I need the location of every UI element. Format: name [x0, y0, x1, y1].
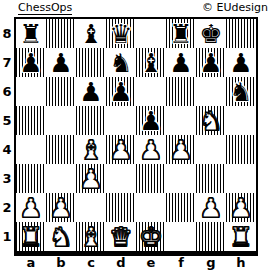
- square-b2[interactable]: ♟: [46, 193, 76, 222]
- black-rook[interactable]: ♜: [19, 20, 42, 48]
- board: ♜♝♛♜♚♟♟♞♝♟♟♟♟♟♞♟♞♝♟♟♟♟♟♟♟♟♜♞♝♛♚♜: [14, 17, 258, 256]
- black-pawn[interactable]: ♟: [109, 78, 132, 106]
- white-pawn[interactable]: ♟: [79, 165, 102, 193]
- square-d2[interactable]: [106, 193, 136, 222]
- white-pawn[interactable]: ♟: [199, 194, 222, 222]
- square-f1[interactable]: [166, 222, 196, 251]
- square-a5[interactable]: [16, 106, 46, 135]
- black-pawn[interactable]: ♟: [139, 107, 162, 135]
- white-bishop[interactable]: ♝: [79, 136, 102, 164]
- white-pawn[interactable]: ♟: [229, 194, 252, 222]
- square-h6[interactable]: ♞: [226, 77, 256, 106]
- white-bishop[interactable]: ♝: [79, 223, 102, 251]
- file-label-c: c: [76, 256, 106, 270]
- board-area: 8 7 6 5 4 3 2 1 ♜♝♛♜♚♟♟♞♝♟♟♟♟♟♞♟♞♝♟♟♟♟♟♟…: [0, 17, 270, 256]
- square-f5[interactable]: [166, 106, 196, 135]
- white-pawn[interactable]: ♟: [109, 136, 132, 164]
- file-label-g: g: [196, 256, 226, 270]
- square-h3[interactable]: [226, 164, 256, 193]
- square-e2[interactable]: [136, 193, 166, 222]
- square-h7[interactable]: ♟: [226, 48, 256, 77]
- square-a8[interactable]: ♜: [16, 19, 46, 48]
- file-label-e: e: [136, 256, 166, 270]
- square-d3[interactable]: [106, 164, 136, 193]
- white-king[interactable]: ♚: [139, 223, 162, 251]
- square-b5[interactable]: [46, 106, 76, 135]
- black-queen[interactable]: ♛: [109, 20, 132, 48]
- white-queen[interactable]: ♛: [109, 223, 132, 251]
- square-a3[interactable]: [16, 164, 46, 193]
- square-c8[interactable]: ♝: [76, 19, 106, 48]
- square-e1[interactable]: ♚: [136, 222, 166, 251]
- square-f4[interactable]: ♟: [166, 135, 196, 164]
- square-d4[interactable]: ♟: [106, 135, 136, 164]
- white-pawn[interactable]: ♟: [49, 194, 72, 222]
- black-pawn[interactable]: ♟: [19, 49, 42, 77]
- square-d1[interactable]: ♛: [106, 222, 136, 251]
- square-c5[interactable]: [76, 106, 106, 135]
- square-c7[interactable]: [76, 48, 106, 77]
- square-d6[interactable]: ♟: [106, 77, 136, 106]
- square-e8[interactable]: [136, 19, 166, 48]
- square-d8[interactable]: ♛: [106, 19, 136, 48]
- square-a7[interactable]: ♟: [16, 48, 46, 77]
- square-h4[interactable]: [226, 135, 256, 164]
- white-pawn[interactable]: ♟: [139, 136, 162, 164]
- rank-label-2: 2: [0, 193, 14, 222]
- square-f3[interactable]: [166, 164, 196, 193]
- square-a4[interactable]: [16, 135, 46, 164]
- square-g7[interactable]: ♟: [196, 48, 226, 77]
- file-label-b: b: [46, 256, 76, 270]
- square-b3[interactable]: [46, 164, 76, 193]
- square-b8[interactable]: [46, 19, 76, 48]
- square-b6[interactable]: [46, 77, 76, 106]
- square-e3[interactable]: [136, 164, 166, 193]
- rank-label-6: 6: [0, 77, 14, 106]
- white-knight[interactable]: ♞: [199, 107, 222, 135]
- square-b7[interactable]: ♟: [46, 48, 76, 77]
- square-g3[interactable]: [196, 164, 226, 193]
- square-g4[interactable]: [196, 135, 226, 164]
- rank-label-5: 5: [0, 106, 14, 135]
- square-d5[interactable]: [106, 106, 136, 135]
- square-d7[interactable]: ♞: [106, 48, 136, 77]
- square-e5[interactable]: ♟: [136, 106, 166, 135]
- rank-labels: 8 7 6 5 4 3 2 1: [0, 17, 14, 256]
- header-bar: ChessOps © EUdesign: [0, 0, 270, 17]
- square-f8[interactable]: ♜: [166, 19, 196, 48]
- square-a6[interactable]: [16, 77, 46, 106]
- square-g5[interactable]: ♞: [196, 106, 226, 135]
- rank-label-8: 8: [0, 19, 14, 48]
- square-h5[interactable]: [226, 106, 256, 135]
- square-a2[interactable]: ♟: [16, 193, 46, 222]
- file-labels: a b c d e f g h: [16, 256, 270, 270]
- square-e7[interactable]: ♝: [136, 48, 166, 77]
- square-e6[interactable]: [136, 77, 166, 106]
- square-b4[interactable]: [46, 135, 76, 164]
- black-bishop[interactable]: ♝: [139, 49, 162, 77]
- square-f6[interactable]: [166, 77, 196, 106]
- square-f7[interactable]: ♟: [166, 48, 196, 77]
- square-g1[interactable]: [196, 222, 226, 251]
- chessops-window: ChessOps © EUdesign 8 7 6 5 4 3 2 1 ♜♝♛♜…: [0, 0, 270, 270]
- black-pawn[interactable]: ♟: [169, 49, 192, 77]
- square-c1[interactable]: ♝: [76, 222, 106, 251]
- app-title: ChessOps: [18, 1, 72, 15]
- file-label-d: d: [106, 256, 136, 270]
- square-c2[interactable]: [76, 193, 106, 222]
- white-pawn[interactable]: ♟: [169, 136, 192, 164]
- square-c3[interactable]: ♟: [76, 164, 106, 193]
- square-h8[interactable]: [226, 19, 256, 48]
- black-knight[interactable]: ♞: [109, 49, 132, 77]
- black-pawn[interactable]: ♟: [79, 78, 102, 106]
- square-f2[interactable]: [166, 193, 196, 222]
- square-a1[interactable]: ♜: [16, 222, 46, 251]
- white-rook[interactable]: ♜: [19, 223, 42, 251]
- black-rook[interactable]: ♜: [169, 20, 192, 48]
- black-pawn[interactable]: ♟: [199, 49, 222, 77]
- black-knight[interactable]: ♞: [229, 78, 252, 106]
- square-b1[interactable]: ♞: [46, 222, 76, 251]
- square-g2[interactable]: ♟: [196, 193, 226, 222]
- black-pawn[interactable]: ♟: [229, 49, 252, 77]
- square-g8[interactable]: ♚: [196, 19, 226, 48]
- file-label-a: a: [16, 256, 46, 270]
- black-bishop[interactable]: ♝: [79, 20, 102, 48]
- white-knight[interactable]: ♞: [49, 223, 72, 251]
- file-label-h: h: [226, 256, 256, 270]
- square-h1[interactable]: ♜: [226, 222, 256, 251]
- square-c6[interactable]: ♟: [76, 77, 106, 106]
- square-e4[interactable]: ♟: [136, 135, 166, 164]
- black-pawn[interactable]: ♟: [49, 49, 72, 77]
- rank-label-7: 7: [0, 48, 14, 77]
- rank-label-1: 1: [0, 222, 14, 251]
- rank-label-4: 4: [0, 135, 14, 164]
- square-g6[interactable]: [196, 77, 226, 106]
- rank-label-3: 3: [0, 164, 14, 193]
- white-pawn[interactable]: ♟: [19, 194, 42, 222]
- copyright-text: © EUdesign: [202, 1, 268, 14]
- white-rook[interactable]: ♜: [229, 223, 252, 251]
- square-c4[interactable]: ♝: [76, 135, 106, 164]
- square-h2[interactable]: ♟: [226, 193, 256, 222]
- black-king[interactable]: ♚: [199, 20, 222, 48]
- file-label-f: f: [166, 256, 196, 270]
